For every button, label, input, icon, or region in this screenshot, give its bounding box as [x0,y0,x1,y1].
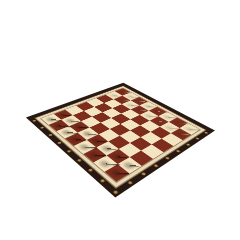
board-grid: ♜♞♝♛♚♝♞♜♟♟♟♟♟♟♟♟♟♟♟♟♟♟♟♟♜♞♝♛♚♝♞♜ [41,88,199,181]
product-photo: ♜♞♝♛♚♝♞♜♟♟♟♟♟♟♟♟♟♟♟♟♟♟♟♟♜♞♝♛♚♝♞♜ [0,0,240,240]
chess-board: ♜♞♝♛♚♝♞♜♟♟♟♟♟♟♟♟♟♟♟♟♟♟♟♟♜♞♝♛♚♝♞♜ [26,83,215,198]
board-tilt-wrapper: ♜♞♝♛♚♝♞♜♟♟♟♟♟♟♟♟♟♟♟♟♟♟♟♟♜♞♝♛♚♝♞♜ [0,0,240,240]
board-margin: ♜♞♝♛♚♝♞♜♟♟♟♟♟♟♟♟♟♟♟♟♟♟♟♟♜♞♝♛♚♝♞♜ [34,86,206,189]
square-h8: ♜ [105,164,130,182]
chessboard-scene: ♜♞♝♛♚♝♞♜♟♟♟♟♟♟♟♟♟♟♟♟♟♟♟♟♜♞♝♛♚♝♞♜ [0,0,240,240]
